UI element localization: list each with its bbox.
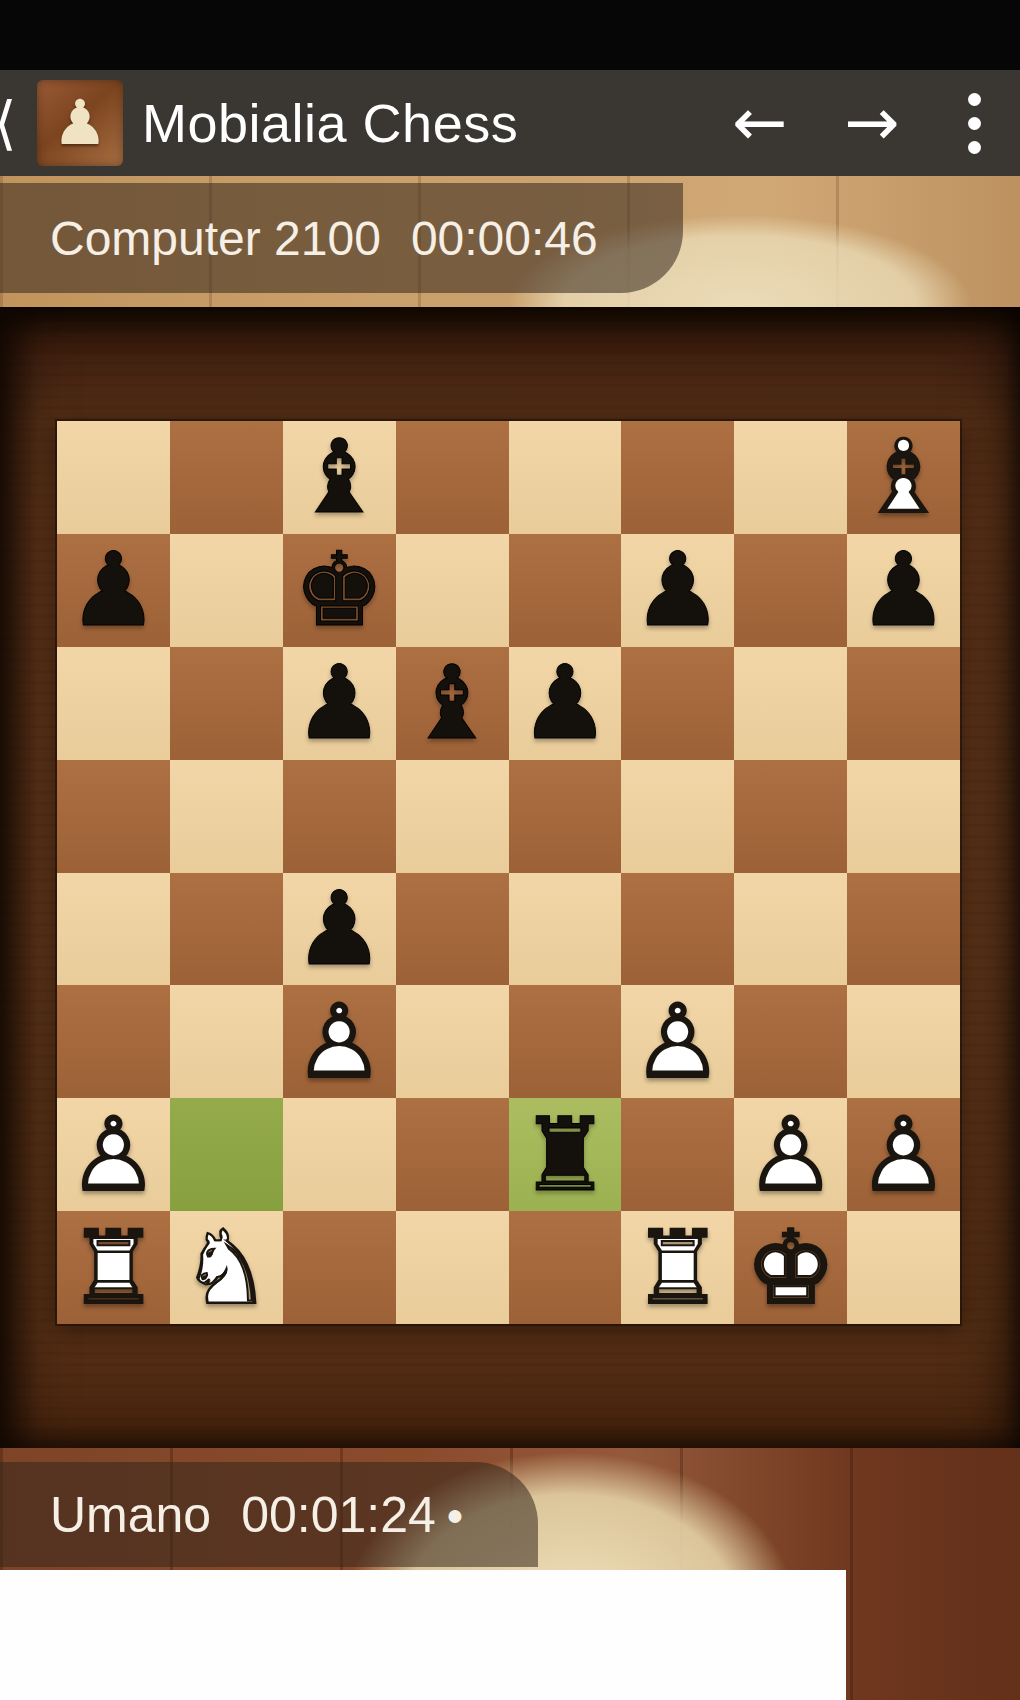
square-d1[interactable] bbox=[396, 1211, 509, 1324]
square-a6[interactable] bbox=[57, 647, 170, 760]
square-h4[interactable] bbox=[847, 873, 960, 986]
square-h8[interactable]: ♝♗ bbox=[847, 421, 960, 534]
square-g2[interactable]: ♟♙ bbox=[734, 1098, 847, 1211]
white-pawn-a2[interactable]: ♟♙ bbox=[57, 1098, 170, 1211]
piece-outline-glyph: ♖ bbox=[57, 1211, 170, 1324]
square-h2[interactable]: ♟♙ bbox=[847, 1098, 960, 1211]
square-c4[interactable]: ♟ bbox=[283, 873, 396, 986]
opponent-clock: 00:00:46 bbox=[411, 211, 598, 266]
app-bar-actions: ← → bbox=[704, 70, 1020, 176]
turn-indicator-dot: ● bbox=[446, 1500, 464, 1530]
square-d2[interactable] bbox=[396, 1098, 509, 1211]
square-f4[interactable] bbox=[621, 873, 734, 986]
square-b3[interactable] bbox=[170, 985, 283, 1098]
piece-outline-glyph: ♙ bbox=[734, 1098, 847, 1211]
piece-outline-glyph: ♙ bbox=[847, 1098, 960, 1211]
square-d3[interactable] bbox=[396, 985, 509, 1098]
move-list-panel-blank bbox=[0, 1570, 846, 1700]
square-f5[interactable] bbox=[621, 760, 734, 873]
black-king-c7[interactable]: ♚ bbox=[283, 534, 396, 647]
square-a8[interactable] bbox=[57, 421, 170, 534]
app-icon[interactable]: ♟ bbox=[37, 80, 123, 166]
redo-move-arrow-icon[interactable]: → bbox=[816, 90, 928, 156]
square-f7[interactable]: ♟ bbox=[621, 534, 734, 647]
player-clock-bar: Umano 00:01:24 ● bbox=[0, 1462, 538, 1567]
white-bishop-h8[interactable]: ♝♗ bbox=[847, 421, 960, 534]
piece-outline-glyph: ♔ bbox=[734, 1211, 847, 1324]
square-h5[interactable] bbox=[847, 760, 960, 873]
square-d6[interactable]: ♝ bbox=[396, 647, 509, 760]
piece-outline-glyph: ♖ bbox=[621, 1211, 734, 1324]
square-f8[interactable] bbox=[621, 421, 734, 534]
white-pawn-f3[interactable]: ♟♙ bbox=[621, 985, 734, 1098]
square-g3[interactable] bbox=[734, 985, 847, 1098]
square-d5[interactable] bbox=[396, 760, 509, 873]
square-b2[interactable] bbox=[170, 1098, 283, 1211]
square-h6[interactable] bbox=[847, 647, 960, 760]
square-e3[interactable] bbox=[509, 985, 622, 1098]
square-e4[interactable] bbox=[509, 873, 622, 986]
square-a3[interactable] bbox=[57, 985, 170, 1098]
square-c3[interactable]: ♟♙ bbox=[283, 985, 396, 1098]
black-pawn-e6[interactable]: ♟ bbox=[509, 647, 622, 760]
black-pawn-c4[interactable]: ♟ bbox=[283, 873, 396, 986]
piece-outline-glyph: ♙ bbox=[57, 1098, 170, 1211]
black-bishop-c8[interactable]: ♝ bbox=[283, 421, 396, 534]
square-g5[interactable] bbox=[734, 760, 847, 873]
square-g7[interactable] bbox=[734, 534, 847, 647]
chess-board: ♝♝♗♟♚♟♟♟♝♟♟♟♙♟♙♟♙♜♟♙♟♙♜♖♞♘♜♖♚♔ bbox=[57, 421, 960, 1324]
square-b7[interactable] bbox=[170, 534, 283, 647]
square-c2[interactable] bbox=[283, 1098, 396, 1211]
piece-outline-glyph: ♙ bbox=[283, 985, 396, 1098]
undo-move-arrow-icon[interactable]: ← bbox=[704, 90, 816, 156]
square-d8[interactable] bbox=[396, 421, 509, 534]
square-a2[interactable]: ♟♙ bbox=[57, 1098, 170, 1211]
square-b5[interactable] bbox=[170, 760, 283, 873]
square-g8[interactable] bbox=[734, 421, 847, 534]
black-pawn-a7[interactable]: ♟ bbox=[57, 534, 170, 647]
square-g1[interactable]: ♚♔ bbox=[734, 1211, 847, 1324]
square-f2[interactable] bbox=[621, 1098, 734, 1211]
square-f3[interactable]: ♟♙ bbox=[621, 985, 734, 1098]
black-pawn-c6[interactable]: ♟ bbox=[283, 647, 396, 760]
square-c8[interactable]: ♝ bbox=[283, 421, 396, 534]
square-h3[interactable] bbox=[847, 985, 960, 1098]
square-f6[interactable] bbox=[621, 647, 734, 760]
square-e6[interactable]: ♟ bbox=[509, 647, 622, 760]
square-e2[interactable]: ♜ bbox=[509, 1098, 622, 1211]
square-e7[interactable] bbox=[509, 534, 622, 647]
page-title: Mobialia Chess bbox=[142, 70, 518, 176]
app-bar: ⟨ ♟ Mobialia Chess ← → bbox=[0, 70, 1020, 176]
player-clock: 00:01:24 bbox=[241, 1486, 436, 1544]
square-b8[interactable] bbox=[170, 421, 283, 534]
black-bishop-d6[interactable]: ♝ bbox=[396, 647, 509, 760]
piece-outline-glyph: ♙ bbox=[621, 985, 734, 1098]
opponent-name: Computer 2100 bbox=[50, 211, 381, 266]
square-b6[interactable] bbox=[170, 647, 283, 760]
opponent-clock-bar: Computer 2100 00:00:46 bbox=[0, 183, 683, 293]
white-rook-f1[interactable]: ♜♖ bbox=[621, 1211, 734, 1324]
player-name: Umano bbox=[50, 1486, 211, 1544]
square-c7[interactable]: ♚ bbox=[283, 534, 396, 647]
back-chevron-icon[interactable]: ⟨ bbox=[0, 70, 17, 176]
overflow-menu-icon[interactable] bbox=[928, 87, 1020, 159]
square-e1[interactable] bbox=[509, 1211, 622, 1324]
square-g6[interactable] bbox=[734, 647, 847, 760]
square-a7[interactable]: ♟ bbox=[57, 534, 170, 647]
square-e5[interactable] bbox=[509, 760, 622, 873]
pawn-logo-icon: ♟ bbox=[52, 92, 108, 154]
square-f1[interactable]: ♜♖ bbox=[621, 1211, 734, 1324]
square-c5[interactable] bbox=[283, 760, 396, 873]
board-frame: ♝♝♗♟♚♟♟♟♝♟♟♟♙♟♙♟♙♜♟♙♟♙♜♖♞♘♜♖♚♔ bbox=[0, 307, 1020, 1448]
black-rook-e2[interactable]: ♜ bbox=[509, 1098, 622, 1211]
square-g4[interactable] bbox=[734, 873, 847, 986]
square-h7[interactable]: ♟ bbox=[847, 534, 960, 647]
white-pawn-c3[interactable]: ♟♙ bbox=[283, 985, 396, 1098]
mobialia-chess-app: ⟨ ♟ Mobialia Chess ← → Computer 2100 00:… bbox=[0, 0, 1020, 1700]
white-pawn-g2[interactable]: ♟♙ bbox=[734, 1098, 847, 1211]
white-rook-a1[interactable]: ♜♖ bbox=[57, 1211, 170, 1324]
white-king-g1[interactable]: ♚♔ bbox=[734, 1211, 847, 1324]
square-b1[interactable]: ♞♘ bbox=[170, 1211, 283, 1324]
white-knight-b1[interactable]: ♞♘ bbox=[170, 1211, 283, 1324]
status-bar bbox=[0, 0, 1020, 70]
square-b4[interactable] bbox=[170, 873, 283, 986]
black-pawn-f7[interactable]: ♟ bbox=[621, 534, 734, 647]
white-pawn-h2[interactable]: ♟♙ bbox=[847, 1098, 960, 1211]
square-c1[interactable] bbox=[283, 1211, 396, 1324]
black-pawn-h7[interactable]: ♟ bbox=[847, 534, 960, 647]
square-d4[interactable] bbox=[396, 873, 509, 986]
square-c6[interactable]: ♟ bbox=[283, 647, 396, 760]
square-h1[interactable] bbox=[847, 1211, 960, 1324]
square-a1[interactable]: ♜♖ bbox=[57, 1211, 170, 1324]
square-e8[interactable] bbox=[509, 421, 622, 534]
piece-outline-glyph: ♘ bbox=[170, 1211, 283, 1324]
piece-outline-glyph: ♗ bbox=[847, 421, 960, 534]
square-a5[interactable] bbox=[57, 760, 170, 873]
square-d7[interactable] bbox=[396, 534, 509, 647]
square-a4[interactable] bbox=[57, 873, 170, 986]
